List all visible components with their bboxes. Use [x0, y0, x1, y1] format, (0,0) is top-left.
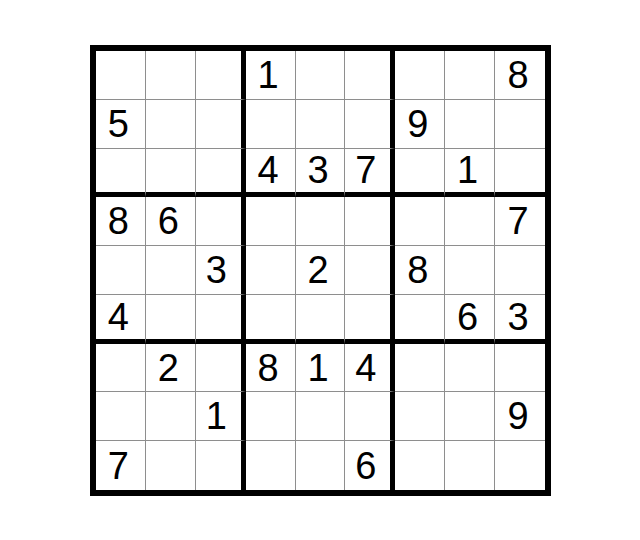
- cell-r8c9[interactable]: 9: [495, 392, 545, 441]
- cell-r5c5[interactable]: 2: [296, 246, 346, 295]
- cell-r2c7[interactable]: 9: [395, 100, 445, 149]
- cell-r1c7[interactable]: [395, 51, 445, 100]
- cell-r2c8[interactable]: [445, 100, 495, 149]
- cell-r4c3[interactable]: [196, 197, 246, 246]
- cell-r8c3[interactable]: 1: [196, 392, 246, 441]
- given-digit: 7: [507, 202, 528, 240]
- cell-r1c5[interactable]: [296, 51, 346, 100]
- given-digit: 7: [355, 151, 376, 189]
- sudoku-board: 1859437186732846328141976: [90, 45, 551, 496]
- cell-r2c2[interactable]: [146, 100, 196, 149]
- cell-r1c6[interactable]: [345, 51, 395, 100]
- given-digit: 8: [507, 56, 528, 94]
- cell-r6c9[interactable]: 3: [495, 295, 545, 344]
- cell-r7c7[interactable]: [395, 344, 445, 393]
- cell-r6c8[interactable]: 6: [445, 295, 495, 344]
- given-digit: 6: [355, 447, 376, 485]
- given-digit: 5: [108, 105, 129, 143]
- cell-r3c8[interactable]: 1: [445, 149, 495, 198]
- cell-r9c7[interactable]: [395, 441, 445, 490]
- cell-r4c4[interactable]: [246, 197, 296, 246]
- cell-r3c5[interactable]: 3: [296, 149, 346, 198]
- cell-r1c3[interactable]: [196, 51, 246, 100]
- cell-r5c2[interactable]: [146, 246, 196, 295]
- cell-r6c1[interactable]: 4: [96, 295, 146, 344]
- given-digit: 8: [407, 251, 428, 289]
- cell-r2c6[interactable]: [345, 100, 395, 149]
- cell-r6c6[interactable]: [345, 295, 395, 344]
- cell-r9c1[interactable]: 7: [96, 441, 146, 490]
- cell-r8c6[interactable]: [345, 392, 395, 441]
- cell-r1c9[interactable]: 8: [495, 51, 545, 100]
- cell-r6c7[interactable]: [395, 295, 445, 344]
- cell-r7c1[interactable]: [96, 344, 146, 393]
- cell-r5c9[interactable]: [495, 246, 545, 295]
- cell-r3c9[interactable]: [495, 149, 545, 198]
- cell-r6c2[interactable]: [146, 295, 196, 344]
- cell-r4c1[interactable]: 8: [96, 197, 146, 246]
- cell-r3c4[interactable]: 4: [246, 149, 296, 198]
- cell-r9c4[interactable]: [246, 441, 296, 490]
- given-digit: 8: [108, 202, 129, 240]
- cell-r8c7[interactable]: [395, 392, 445, 441]
- given-digit: 3: [507, 298, 528, 336]
- given-digit: 7: [108, 447, 129, 485]
- cell-r9c5[interactable]: [296, 441, 346, 490]
- cell-r4c7[interactable]: [395, 197, 445, 246]
- cell-r9c8[interactable]: [445, 441, 495, 490]
- cell-r3c6[interactable]: 7: [345, 149, 395, 198]
- cell-r4c8[interactable]: [445, 197, 495, 246]
- cell-r8c8[interactable]: [445, 392, 495, 441]
- cell-r9c6[interactable]: 6: [345, 441, 395, 490]
- cell-r9c9[interactable]: [495, 441, 545, 490]
- given-digit: 4: [355, 349, 376, 387]
- cell-r4c5[interactable]: [296, 197, 346, 246]
- given-digit: 6: [158, 202, 179, 240]
- given-digit: 1: [206, 397, 227, 435]
- given-digit: 6: [457, 298, 478, 336]
- given-digit: 1: [307, 349, 328, 387]
- cell-r2c3[interactable]: [196, 100, 246, 149]
- cell-r2c1[interactable]: 5: [96, 100, 146, 149]
- cell-r8c4[interactable]: [246, 392, 296, 441]
- given-digit: 1: [457, 151, 478, 189]
- cell-r5c6[interactable]: [345, 246, 395, 295]
- cell-r7c2[interactable]: 2: [146, 344, 196, 393]
- cell-r8c2[interactable]: [146, 392, 196, 441]
- given-digit: 8: [258, 349, 279, 387]
- given-digit: 9: [407, 105, 428, 143]
- cell-r9c3[interactable]: [196, 441, 246, 490]
- cell-r4c2[interactable]: 6: [146, 197, 196, 246]
- cell-r5c7[interactable]: 8: [395, 246, 445, 295]
- cell-r7c5[interactable]: 1: [296, 344, 346, 393]
- cell-r2c4[interactable]: [246, 100, 296, 149]
- cell-r3c3[interactable]: [196, 149, 246, 198]
- cell-r8c5[interactable]: [296, 392, 346, 441]
- cell-r2c5[interactable]: [296, 100, 346, 149]
- cell-r4c6[interactable]: [345, 197, 395, 246]
- cell-r5c8[interactable]: [445, 246, 495, 295]
- given-digit: 4: [108, 298, 129, 336]
- cell-r5c1[interactable]: [96, 246, 146, 295]
- cell-r8c1[interactable]: [96, 392, 146, 441]
- cell-r5c3[interactable]: 3: [196, 246, 246, 295]
- cell-r2c9[interactable]: [495, 100, 545, 149]
- cell-r7c4[interactable]: 8: [246, 344, 296, 393]
- cell-r3c2[interactable]: [146, 149, 196, 198]
- cell-r9c2[interactable]: [146, 441, 196, 490]
- given-digit: 3: [206, 251, 227, 289]
- cell-r1c8[interactable]: [445, 51, 495, 100]
- given-digit: 2: [158, 349, 179, 387]
- cell-r1c4[interactable]: 1: [246, 51, 296, 100]
- cell-r7c3[interactable]: [196, 344, 246, 393]
- given-digit: 4: [258, 151, 279, 189]
- given-digit: 1: [258, 56, 279, 94]
- cell-r1c2[interactable]: [146, 51, 196, 100]
- given-digit: 3: [307, 151, 328, 189]
- cell-r6c4[interactable]: [246, 295, 296, 344]
- cell-r3c7[interactable]: [395, 149, 445, 198]
- cell-r7c9[interactable]: [495, 344, 545, 393]
- cell-r6c3[interactable]: [196, 295, 246, 344]
- cell-r5c4[interactable]: [246, 246, 296, 295]
- cell-r7c6[interactable]: 4: [345, 344, 395, 393]
- cell-r7c8[interactable]: [445, 344, 495, 393]
- cell-r4c9[interactable]: 7: [495, 197, 545, 246]
- cell-r6c5[interactable]: [296, 295, 346, 344]
- cell-r3c1[interactable]: [96, 149, 146, 198]
- given-digit: 9: [507, 397, 528, 435]
- cell-r1c1[interactable]: [96, 51, 146, 100]
- given-digit: 2: [307, 251, 328, 289]
- page-background: 1859437186732846328141976: [0, 0, 640, 540]
